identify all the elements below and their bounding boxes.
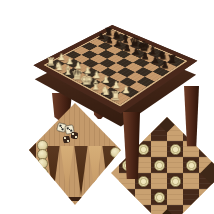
checkers-square [151, 141, 167, 157]
checkers-square [167, 141, 183, 157]
backgammon-point-light [60, 146, 74, 196]
backgammon-corner-checker [110, 147, 121, 158]
backgammon-checker [37, 185, 48, 196]
checkers-square [183, 189, 199, 205]
checkers-square [199, 125, 214, 141]
checkers-square [199, 205, 214, 214]
chess-piece-black-pawn: ♟ [106, 36, 114, 44]
checkers-square [151, 157, 167, 173]
chess-square [116, 58, 133, 67]
backgammon-point-light [88, 146, 102, 196]
checkers-square [167, 189, 183, 205]
backgammon-bottom-rail [37, 197, 113, 201]
checkers-piece [154, 160, 165, 171]
checkers-square [135, 205, 151, 214]
dice-cluster [57, 123, 83, 147]
backgammon-checker-stack [37, 140, 49, 194]
checkers-piece [138, 144, 149, 155]
checkers-square [119, 189, 135, 205]
backgammon-frame-strip [29, 143, 36, 205]
backgammon-checker [37, 158, 48, 169]
chess-piece-black-pawn: ♟ [142, 52, 150, 61]
checkers-square [119, 205, 135, 214]
chess-piece-black-pawn: ♟ [132, 48, 140, 57]
checkers-square [151, 173, 167, 189]
die-dark [63, 136, 71, 144]
checkers-square [199, 189, 214, 205]
chess-piece-black-pawn: ♟ [98, 32, 105, 40]
product-photo-game-table: ♜♞♝♛♚♝♞♜♟♟♟♟♟♟♟♟♟♟♟♟♟♟♟♟♜♞♝♛♚♝♞♜ [0, 0, 214, 214]
die-dark [71, 132, 79, 140]
checkers-piece [170, 176, 181, 187]
chess-piece-white-rook: ♜ [110, 90, 121, 102]
checkers-square [167, 173, 183, 189]
checkers-square [183, 157, 199, 173]
chess-piece-black-pawn: ♟ [114, 40, 122, 49]
checkers-square [183, 205, 199, 214]
backgammon-point-dark [74, 146, 88, 196]
checkers-piece [154, 192, 165, 203]
backgammon-points [46, 146, 116, 196]
chess-piece-white-pawn: ♟ [121, 85, 130, 95]
checkers-square [167, 157, 183, 173]
chess-piece-black-pawn: ♟ [123, 44, 131, 53]
checkers-piece [170, 144, 181, 155]
backgammon-checker [37, 176, 48, 187]
backgammon-checker [37, 167, 48, 178]
checkers-square [151, 189, 167, 205]
checkers-board-corner-dark-top [151, 101, 182, 132]
checkers-piece [186, 160, 197, 171]
checkers-piece [138, 176, 149, 187]
chess-square: ♜ [167, 57, 185, 67]
chess-piece-black-pawn: ♟ [151, 56, 159, 65]
chess-piece-black-pawn: ♟ [161, 60, 169, 69]
checkers-square [199, 141, 214, 157]
checkers-square [183, 173, 199, 189]
checkers-square [135, 189, 151, 205]
